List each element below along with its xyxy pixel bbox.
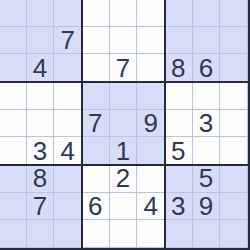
cell-r8c5[interactable]	[110, 193, 138, 221]
cell-r8c9[interactable]	[220, 193, 248, 221]
cell-r5c9[interactable]	[220, 110, 248, 138]
cell-r7c9[interactable]	[220, 165, 248, 193]
cell-r5c7[interactable]	[165, 110, 193, 138]
cell-r5c4[interactable]: 7	[82, 110, 110, 138]
cell-r3c4[interactable]	[82, 54, 110, 82]
cell-r2c3[interactable]: 7	[54, 27, 82, 55]
cell-r1c3[interactable]	[54, 0, 82, 27]
cell-r8c8[interactable]: 9	[193, 193, 221, 221]
cell-r9c6[interactable]	[137, 220, 165, 248]
cell-r9c3[interactable]	[54, 220, 82, 248]
cell-r4c9[interactable]	[220, 82, 248, 110]
cell-r9c7[interactable]	[165, 220, 193, 248]
cell-r2c6[interactable]	[137, 27, 165, 55]
cell-r8c6[interactable]: 4	[137, 193, 165, 221]
cell-r6c7[interactable]: 5	[165, 137, 193, 165]
cell-r2c4[interactable]	[82, 27, 110, 55]
cell-r5c5[interactable]	[110, 110, 138, 138]
cell-r4c8[interactable]	[193, 82, 221, 110]
cell-r4c3[interactable]	[54, 82, 82, 110]
cell-r9c8[interactable]	[193, 220, 221, 248]
cell-r3c8[interactable]: 6	[193, 54, 221, 82]
cell-r3c9[interactable]	[220, 54, 248, 82]
cell-r2c5[interactable]	[110, 27, 138, 55]
box-divider-horizontal-1	[0, 81, 248, 83]
cell-r7c6[interactable]	[137, 165, 165, 193]
cell-r2c1[interactable]	[0, 27, 27, 55]
cell-r9c1[interactable]	[0, 220, 27, 248]
cell-r2c7[interactable]	[165, 27, 193, 55]
cell-r4c6[interactable]	[137, 82, 165, 110]
cell-r6c1[interactable]	[0, 137, 27, 165]
cell-r1c8[interactable]	[193, 0, 221, 27]
cell-r1c1[interactable]	[0, 0, 27, 27]
cell-r4c5[interactable]	[110, 82, 138, 110]
cell-r8c7[interactable]: 3	[165, 193, 193, 221]
cell-r6c9[interactable]	[220, 137, 248, 165]
cell-r6c8[interactable]	[193, 137, 221, 165]
cell-r5c2[interactable]	[27, 110, 55, 138]
cell-r7c7[interactable]	[165, 165, 193, 193]
cell-r6c2[interactable]: 3	[27, 137, 55, 165]
cell-r4c7[interactable]	[165, 82, 193, 110]
cell-r9c2[interactable]	[27, 220, 55, 248]
cell-r7c1[interactable]	[0, 165, 27, 193]
cell-r1c9[interactable]	[220, 0, 248, 27]
box-divider-vertical-1	[81, 0, 83, 248]
cell-r8c4[interactable]: 6	[82, 193, 110, 221]
cell-r6c5[interactable]: 1	[110, 137, 138, 165]
cell-r4c2[interactable]	[27, 82, 55, 110]
cell-r9c9[interactable]	[220, 220, 248, 248]
cell-r3c3[interactable]	[54, 54, 82, 82]
cell-r3c5[interactable]: 7	[110, 54, 138, 82]
cell-r7c4[interactable]	[82, 165, 110, 193]
cell-r1c4[interactable]	[82, 0, 110, 27]
cell-r5c6[interactable]: 9	[137, 110, 165, 138]
cell-r3c2[interactable]: 4	[27, 54, 55, 82]
cell-r2c2[interactable]	[27, 27, 55, 55]
cell-r6c4[interactable]	[82, 137, 110, 165]
cell-r2c9[interactable]	[220, 27, 248, 55]
cell-r1c2[interactable]	[27, 0, 55, 27]
cell-r7c3[interactable]	[54, 165, 82, 193]
sudoku-grid: 74786793341582576439	[0, 0, 250, 250]
cell-r8c2[interactable]: 7	[27, 193, 55, 221]
cell-r4c4[interactable]	[82, 82, 110, 110]
cell-r1c5[interactable]	[110, 0, 138, 27]
cell-r9c5[interactable]	[110, 220, 138, 248]
cell-r6c6[interactable]	[137, 137, 165, 165]
cell-r1c7[interactable]	[165, 0, 193, 27]
cell-r7c8[interactable]: 5	[193, 165, 221, 193]
cell-r7c2[interactable]: 8	[27, 165, 55, 193]
cell-r3c1[interactable]	[0, 54, 27, 82]
cell-r3c6[interactable]	[137, 54, 165, 82]
cell-r6c3[interactable]: 4	[54, 137, 82, 165]
box-divider-vertical-2	[164, 0, 166, 248]
cell-r9c4[interactable]	[82, 220, 110, 248]
cell-r8c3[interactable]	[54, 193, 82, 221]
cell-r8c1[interactable]	[0, 193, 27, 221]
cell-r5c3[interactable]	[54, 110, 82, 138]
sudoku-board-viewport: 74786793341582576439	[0, 0, 250, 250]
box-divider-horizontal-2	[0, 164, 248, 166]
cell-r3c7[interactable]: 8	[165, 54, 193, 82]
cell-r7c5[interactable]: 2	[110, 165, 138, 193]
cell-r4c1[interactable]	[0, 82, 27, 110]
cell-r1c6[interactable]	[137, 0, 165, 27]
cell-r2c8[interactable]	[193, 27, 221, 55]
cell-r5c8[interactable]: 3	[193, 110, 221, 138]
cell-r5c1[interactable]	[0, 110, 27, 138]
